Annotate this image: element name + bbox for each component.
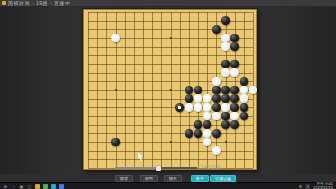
clock-date: 2023/11/25 xyxy=(313,185,333,189)
explorer-icon[interactable] xyxy=(35,184,40,189)
black-stone[interactable] xyxy=(230,60,238,68)
black-stone[interactable] xyxy=(212,103,220,111)
action-button-row: 棋谱研究聊天数子申请认输 xyxy=(0,174,336,182)
white-stone[interactable] xyxy=(230,68,238,76)
black-stone[interactable] xyxy=(221,112,229,120)
star-point xyxy=(115,89,117,91)
black-stone[interactable] xyxy=(230,120,238,128)
grid-line-v xyxy=(180,12,181,168)
window-title: 围棋对局 · 19路 · 直播中 xyxy=(8,0,70,6)
black-stone[interactable] xyxy=(111,138,119,146)
black-stone[interactable] xyxy=(194,86,202,94)
stage xyxy=(0,7,336,174)
black-stone[interactable] xyxy=(240,77,248,85)
move-slider-fill xyxy=(115,167,158,169)
black-stone[interactable] xyxy=(212,129,220,137)
tray-chevron-icon[interactable]: ∧ xyxy=(299,184,303,189)
white-stone[interactable] xyxy=(221,103,229,111)
black-stone[interactable] xyxy=(240,103,248,111)
black-stone[interactable] xyxy=(230,94,238,102)
black-stone[interactable] xyxy=(212,86,220,94)
white-stone[interactable] xyxy=(221,68,229,76)
move-counter: 145/230 xyxy=(201,164,221,170)
black-stone[interactable] xyxy=(221,60,229,68)
grid-line-h xyxy=(88,133,253,134)
black-stone[interactable] xyxy=(221,16,229,24)
white-stone[interactable] xyxy=(111,34,119,42)
black-stone[interactable] xyxy=(230,103,238,111)
go-app-icon[interactable] xyxy=(51,184,56,189)
black-stone[interactable] xyxy=(230,86,238,94)
system-tray[interactable]: ∧ 1 下午 9:41 2023/11/25 xyxy=(299,182,336,189)
action-button-2[interactable]: 研究 xyxy=(140,175,158,182)
wechat-icon[interactable] xyxy=(43,184,48,189)
star-point xyxy=(225,141,227,143)
black-stone[interactable] xyxy=(240,112,248,120)
app-icon xyxy=(2,1,6,5)
edge-icon[interactable] xyxy=(59,184,64,189)
taskbar[interactable]: ⊞○▣◫ ∧ 1 下午 9:41 2023/11/25 xyxy=(0,182,336,189)
action-button-5[interactable]: 申请认输 xyxy=(210,175,236,182)
black-stone[interactable] xyxy=(212,94,220,102)
black-stone[interactable] xyxy=(230,34,238,42)
window-titlebar: 围棋对局 · 19路 · 直播中 xyxy=(0,0,336,7)
action-button-3[interactable]: 聊天 xyxy=(164,175,182,182)
notification-badge[interactable]: 1 xyxy=(305,184,310,189)
white-stone[interactable] xyxy=(240,94,248,102)
white-stone[interactable] xyxy=(221,42,229,50)
star-point xyxy=(170,37,172,39)
white-stone[interactable] xyxy=(212,112,220,120)
white-stone[interactable] xyxy=(194,94,202,102)
star-point xyxy=(170,89,172,91)
black-stone[interactable] xyxy=(221,120,229,128)
taskview-icon[interactable]: ▣ xyxy=(19,184,24,189)
screen: 围棋对局 · 19路 · 直播中 145/230 棋谱研究聊天数子申请认输 ⊞○… xyxy=(0,0,336,189)
move-slider-handle[interactable] xyxy=(156,166,161,171)
white-stone[interactable] xyxy=(203,138,211,146)
start-icon[interactable]: ⊞ xyxy=(3,184,8,189)
white-stone[interactable] xyxy=(185,103,193,111)
white-stone[interactable] xyxy=(203,112,211,120)
grid-line-h xyxy=(88,151,253,152)
go-board[interactable] xyxy=(83,9,257,170)
white-stone[interactable] xyxy=(212,77,220,85)
white-stone[interactable] xyxy=(194,103,202,111)
action-button-4[interactable]: 数子 xyxy=(191,175,209,182)
black-stone[interactable] xyxy=(212,25,220,33)
black-stone[interactable] xyxy=(185,86,193,94)
white-stone[interactable] xyxy=(230,112,238,120)
black-stone[interactable] xyxy=(221,94,229,102)
action-button-1[interactable]: 棋谱 xyxy=(115,175,133,182)
last-move-marker xyxy=(178,106,181,109)
move-slider[interactable] xyxy=(115,167,197,169)
white-stone[interactable] xyxy=(249,86,257,94)
black-stone[interactable] xyxy=(185,129,193,137)
white-stone[interactable] xyxy=(203,94,211,102)
widgets-icon[interactable]: ◫ xyxy=(27,184,32,189)
taskbar-clock[interactable]: 下午 9:41 2023/11/25 xyxy=(313,182,333,189)
white-stone[interactable] xyxy=(203,103,211,111)
black-stone[interactable] xyxy=(221,86,229,94)
white-stone[interactable] xyxy=(221,34,229,42)
black-stone[interactable] xyxy=(203,120,211,128)
black-stone[interactable] xyxy=(185,94,193,102)
grid-line-h xyxy=(88,159,253,160)
white-stone[interactable] xyxy=(203,129,211,137)
search-icon[interactable]: ○ xyxy=(11,184,16,189)
white-stone[interactable] xyxy=(240,86,248,94)
black-stone[interactable] xyxy=(194,120,202,128)
playback-controls: 145/230 xyxy=(0,163,336,174)
white-stone[interactable] xyxy=(212,146,220,154)
black-stone[interactable] xyxy=(230,42,238,50)
black-stone[interactable] xyxy=(194,129,202,137)
star-point xyxy=(170,141,172,143)
